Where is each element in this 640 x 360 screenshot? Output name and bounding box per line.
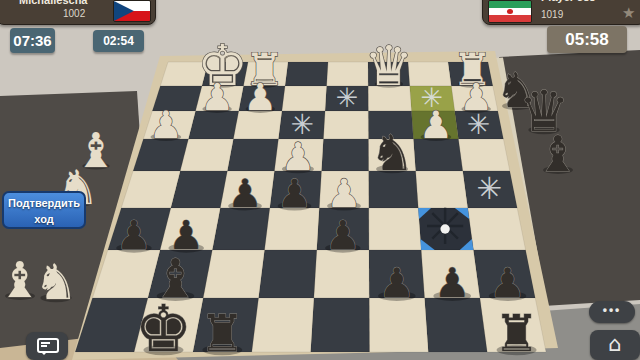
czech-flag-icon: [113, 0, 151, 22]
white-pawn-a2[interactable]: ♟: [459, 75, 492, 119]
move-marker-a5[interactable]: ✳: [477, 171, 503, 206]
clock-secondary-left: 02:54: [93, 30, 144, 52]
player-rating-left: 1002: [63, 8, 85, 19]
white-pawn-f2[interactable]: ♟: [244, 75, 277, 119]
confirm-move-label-line2: ход: [4, 212, 84, 228]
black-knight-c4[interactable]: ♞: [370, 124, 414, 182]
black-pawn-c7[interactable]: ♟: [379, 259, 416, 307]
player-name-right: Player 388: [541, 0, 595, 3]
black-king-g8[interactable]: ♚: [135, 291, 193, 360]
square-a4[interactable]: [458, 139, 509, 171]
black-pawn-b7[interactable]: ♟: [434, 259, 471, 307]
square-a6[interactable]: [468, 208, 526, 250]
square-e7[interactable]: [259, 250, 317, 298]
black-pawn-d6[interactable]: ♟: [325, 212, 361, 258]
clock-main-left: 07:36: [10, 28, 55, 53]
captured-black-bishop[interactable]: ♝: [536, 125, 580, 183]
black-rook-f8[interactable]: ♜: [200, 304, 245, 360]
player-panel-right: Player 388 1019 ★: [482, 0, 640, 25]
white-queen-c1[interactable]: ♛: [364, 34, 413, 98]
move-marker-d2[interactable]: ✳: [336, 82, 358, 113]
more-options-button[interactable]: •••: [589, 301, 635, 323]
black-pawn-a7[interactable]: ♟: [489, 259, 526, 307]
more-options-icon: •••: [603, 303, 622, 317]
square-f4[interactable]: [227, 139, 278, 171]
confirm-move-button[interactable]: Подтвердить ход: [2, 191, 86, 229]
home-button[interactable]: ⌂: [590, 330, 640, 360]
black-rook-a8[interactable]: ♜: [494, 304, 539, 360]
captured-white-bishop[interactable]: ♝: [0, 251, 42, 309]
white-pawn-h3[interactable]: ♟: [149, 103, 183, 147]
board-3d-view[interactable]: ✳✳✳✳✳✳♜♛♜♚♟♟♟♟♟♞♟♟♟♟♟♟♟♟♟♟♝♜♜♚♝♞♞♝♞♛♝: [0, 0, 640, 360]
selected-square-center-dot: [440, 224, 449, 233]
star-icon: ★: [622, 4, 635, 22]
square-f7[interactable]: [203, 250, 264, 298]
square-d8[interactable]: [311, 298, 370, 352]
square-e8[interactable]: [252, 298, 314, 352]
square-e1[interactable]: [285, 62, 328, 86]
home-icon: ⌂: [608, 332, 621, 356]
square-g4[interactable]: [180, 139, 233, 171]
black-pawn-e5[interactable]: ♟: [277, 171, 312, 216]
chess-app-screen: ✳✳✳✳✳✳♜♛♜♚♟♟♟♟♟♞♟♟♟♟♟♟♟♟♟♟♝♜♜♚♝♞♞♝♞♛♝ Mi…: [0, 0, 640, 360]
square-c6[interactable]: [369, 208, 421, 250]
confirm-move-label-line1: Подтвердить: [4, 196, 84, 212]
white-pawn-g2[interactable]: ♟: [200, 75, 233, 119]
player-name-left: Michailescha: [19, 0, 87, 6]
square-d3[interactable]: [323, 111, 368, 139]
white-pawn-b3[interactable]: ♟: [419, 103, 453, 147]
iran-flag-icon: [488, 0, 532, 23]
player-panel-left: Michailescha 1002: [0, 0, 156, 25]
clock-main-right: 05:58: [547, 26, 627, 53]
black-pawn-f5[interactable]: ♟: [227, 171, 262, 216]
square-d4[interactable]: [321, 139, 368, 171]
white-pawn-d5[interactable]: ♟: [326, 171, 361, 216]
square-g5[interactable]: [171, 171, 228, 208]
black-pawn-h6[interactable]: ♟: [116, 212, 152, 258]
chat-button[interactable]: [26, 332, 68, 360]
player-rating-right: 1019: [541, 9, 563, 20]
